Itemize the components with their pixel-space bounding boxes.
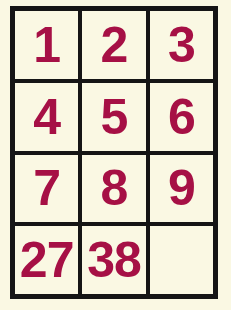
cell-r2c3: 6 [150,83,213,151]
cell-r1c2: 2 [82,11,145,79]
cell-r3c3: 9 [150,155,213,223]
cell-r3c2: 8 [82,155,145,223]
cell-r1c3: 3 [150,11,213,79]
cell-r1c1: 1 [15,11,78,79]
puzzle-board: 1 2 3 4 5 6 7 8 9 27 38 [10,6,218,299]
cell-r3c1: 7 [15,155,78,223]
cell-r2c1: 4 [15,83,78,151]
cell-r2c2: 5 [82,83,145,151]
cell-r4c2: 38 [82,226,145,294]
cell-r4c3-empty [150,226,213,294]
cell-r4c1: 27 [15,226,78,294]
